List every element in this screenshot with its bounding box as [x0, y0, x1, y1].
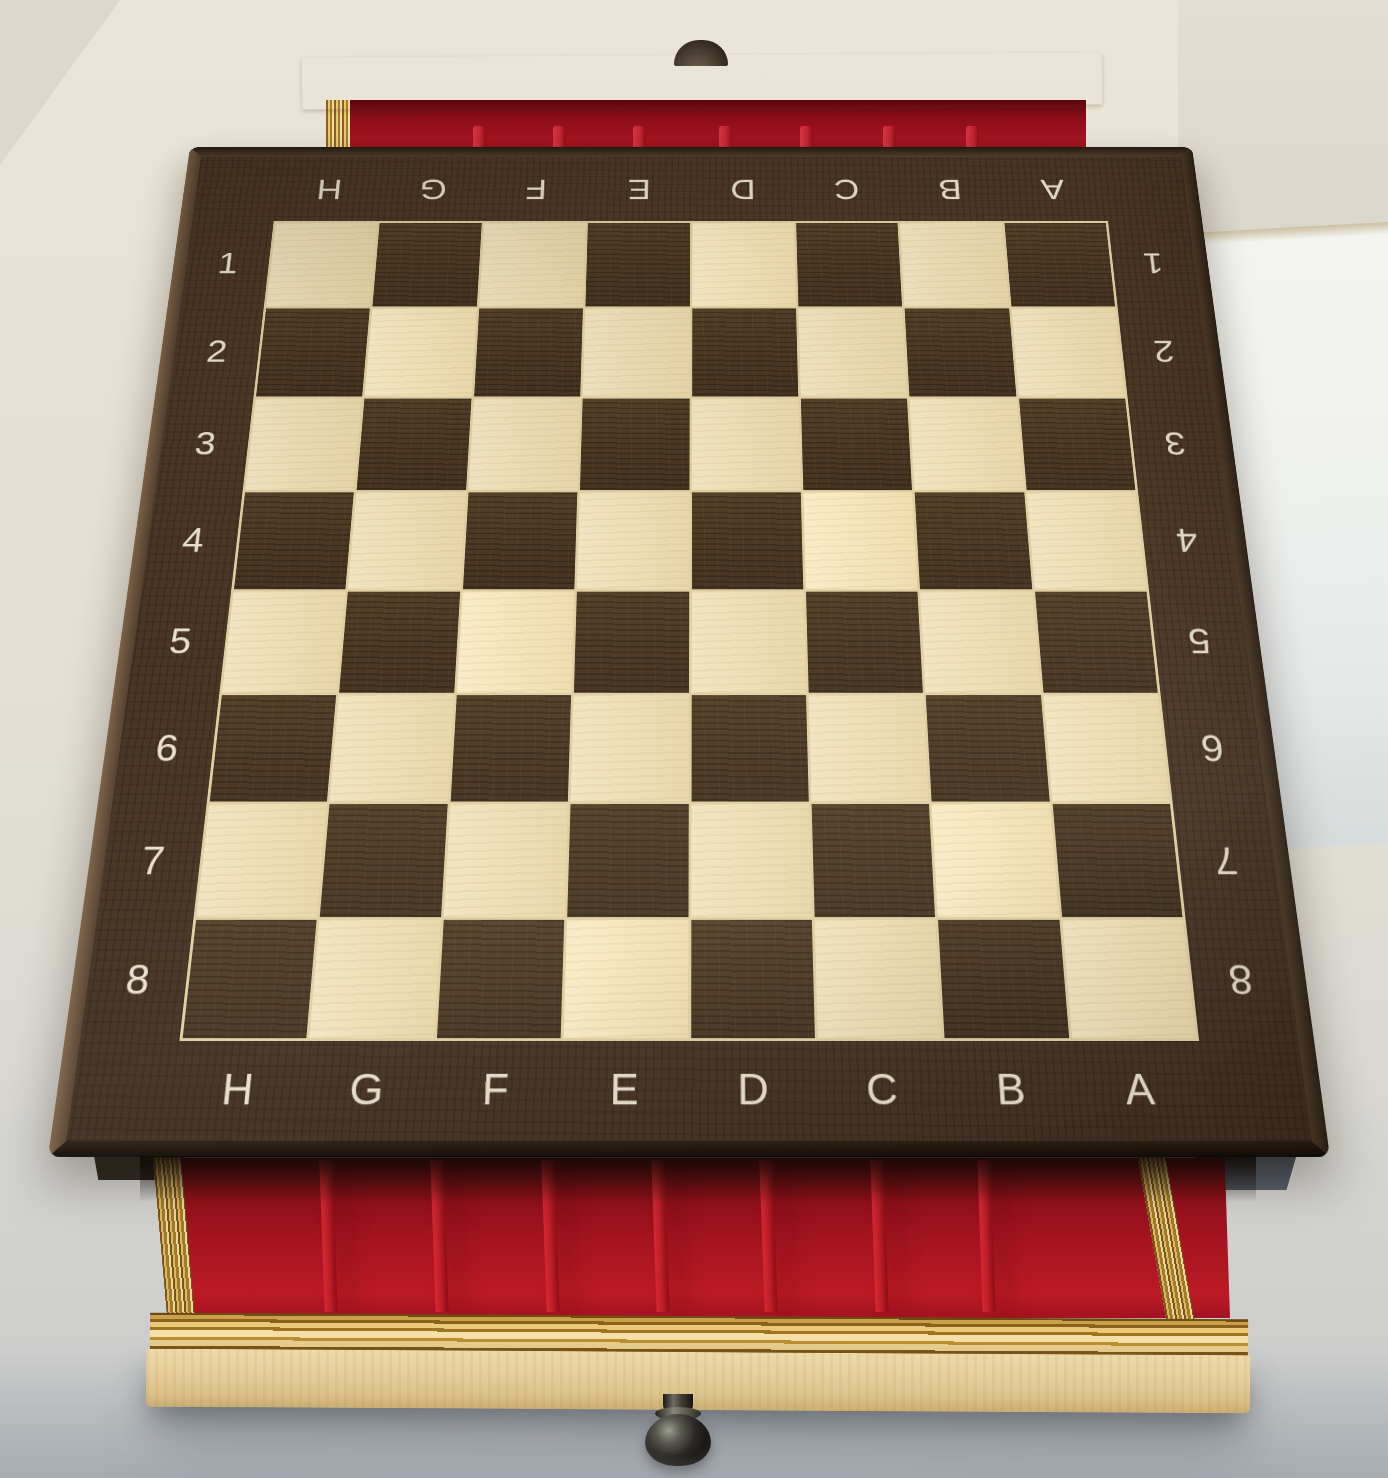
square-d2[interactable] — [692, 309, 798, 397]
ranks-right-6: 6 — [1159, 694, 1267, 804]
square-g1[interactable] — [373, 223, 482, 307]
ranks-right-4: 4 — [1136, 491, 1238, 590]
square-h6[interactable] — [210, 695, 337, 802]
files-bottom-f: F — [428, 1039, 561, 1141]
files-bottom-b: B — [944, 1039, 1080, 1141]
coordinate-label: 4 — [180, 521, 207, 559]
bottom-drawer-knob[interactable] — [644, 1394, 712, 1470]
board-squares — [179, 221, 1199, 1041]
square-e1[interactable] — [586, 223, 690, 307]
square-b6[interactable] — [926, 695, 1049, 802]
coordinate-label: 4 — [1173, 521, 1200, 559]
files-bottom-c: C — [817, 1039, 950, 1141]
square-g7[interactable] — [320, 804, 447, 916]
board-bevel-top — [189, 147, 1194, 157]
board-bevel-bottom — [48, 1141, 1330, 1157]
square-d3[interactable] — [692, 398, 801, 490]
square-e6[interactable] — [571, 695, 689, 802]
files-bottom-h: H — [168, 1039, 307, 1141]
square-f6[interactable] — [450, 695, 571, 802]
square-a3[interactable] — [1019, 398, 1136, 490]
square-f4[interactable] — [463, 492, 578, 588]
square-a2[interactable] — [1011, 309, 1125, 397]
files-top-e: E — [587, 157, 691, 223]
files-top-h: H — [274, 157, 384, 223]
coordinate-label: G — [417, 174, 447, 206]
ranks-left-2: 2 — [168, 307, 265, 397]
coordinate-label: A — [1039, 174, 1066, 206]
square-e8[interactable] — [564, 919, 688, 1038]
ranks-right-5: 5 — [1147, 590, 1252, 694]
coordinate-label: G — [348, 1065, 386, 1114]
square-g6[interactable] — [330, 695, 454, 802]
square-f2[interactable] — [474, 309, 583, 397]
square-f8[interactable] — [437, 919, 565, 1038]
coordinate-label: 2 — [1151, 334, 1176, 368]
square-b5[interactable] — [920, 591, 1040, 692]
coordinate-label: A — [1123, 1065, 1158, 1114]
coordinate-label: 8 — [123, 956, 153, 1003]
square-d6[interactable] — [691, 695, 809, 802]
file-labels-bottom: HGFEDCBA — [168, 1039, 1210, 1141]
files-top-d: D — [691, 157, 795, 223]
coordinate-label: 8 — [1225, 956, 1255, 1003]
square-h3[interactable] — [245, 398, 362, 490]
square-h1[interactable] — [266, 223, 377, 307]
square-c1[interactable] — [796, 223, 902, 307]
square-a7[interactable] — [1052, 804, 1182, 916]
coordinate-label: D — [730, 174, 756, 206]
coordinate-label: 6 — [1198, 727, 1226, 769]
ranks-left-3: 3 — [155, 397, 255, 491]
ranks-left-7: 7 — [97, 804, 209, 919]
files-bottom-a: A — [1071, 1039, 1210, 1141]
coordinate-label: 6 — [153, 727, 182, 769]
square-b7[interactable] — [932, 804, 1059, 916]
square-g2[interactable] — [365, 309, 477, 397]
coordinate-label: 2 — [205, 334, 230, 368]
square-e4[interactable] — [577, 492, 689, 588]
square-d7[interactable] — [691, 804, 812, 916]
square-e5[interactable] — [574, 591, 689, 692]
coordinate-label: H — [314, 174, 343, 206]
square-h8[interactable] — [183, 919, 317, 1038]
square-c7[interactable] — [812, 804, 936, 916]
square-h4[interactable] — [234, 492, 354, 588]
square-g4[interactable] — [348, 492, 465, 588]
chess-board[interactable]: HGFEDCBA HGFEDCBA 12345678 12345678 — [48, 147, 1330, 1157]
square-f7[interactable] — [444, 804, 568, 916]
square-a8[interactable] — [1062, 919, 1196, 1038]
square-d5[interactable] — [691, 591, 806, 692]
square-a4[interactable] — [1027, 492, 1147, 588]
square-h7[interactable] — [196, 804, 327, 916]
ranks-right-7: 7 — [1171, 804, 1282, 919]
coordinate-label: F — [481, 1065, 511, 1114]
square-h5[interactable] — [222, 591, 345, 692]
square-b1[interactable] — [900, 223, 1009, 307]
square-b8[interactable] — [938, 919, 1069, 1038]
bottom-drawer-divider — [430, 1160, 448, 1312]
square-h2[interactable] — [256, 309, 370, 397]
square-a1[interactable] — [1004, 223, 1115, 307]
square-b4[interactable] — [915, 492, 1032, 588]
scene: { "game": "chess", "position": { "fen": … — [0, 0, 1388, 1478]
files-top-a: A — [998, 157, 1108, 223]
square-f3[interactable] — [468, 398, 580, 490]
square-a6[interactable] — [1043, 695, 1169, 802]
files-bottom-d: D — [689, 1039, 819, 1141]
square-c5[interactable] — [806, 591, 923, 692]
square-g8[interactable] — [310, 919, 441, 1038]
square-b3[interactable] — [910, 398, 1024, 490]
ranks-left-4: 4 — [142, 491, 245, 590]
files-top-g: G — [378, 157, 486, 223]
coordinate-label: 3 — [1162, 425, 1188, 461]
files-top-b: B — [896, 157, 1004, 223]
coordinate-label: 5 — [1185, 622, 1212, 662]
coordinate-label: 5 — [167, 622, 195, 662]
bottom-drawer-divider — [977, 1160, 995, 1312]
coordinate-label: 1 — [1141, 247, 1166, 280]
coordinate-label: 7 — [139, 839, 168, 883]
files-bottom-g: G — [298, 1039, 434, 1141]
ranks-right-2: 2 — [1116, 307, 1213, 397]
ranks-right-8: 8 — [1184, 919, 1299, 1041]
files-top-c: C — [793, 157, 899, 223]
square-e7[interactable] — [567, 804, 688, 916]
square-d4[interactable] — [691, 492, 803, 588]
square-d8[interactable] — [691, 919, 815, 1038]
coordinate-label: 3 — [193, 425, 219, 461]
coordinate-label: 7 — [1211, 839, 1240, 883]
coordinate-label: B — [995, 1065, 1028, 1114]
ranks-right-3: 3 — [1126, 397, 1225, 491]
coordinate-label: C — [832, 174, 859, 206]
square-f1[interactable] — [479, 223, 586, 307]
ranks-left-8: 8 — [80, 919, 195, 1041]
ranks-left-6: 6 — [112, 694, 221, 804]
square-c2[interactable] — [798, 309, 907, 397]
files-bottom-e: E — [559, 1039, 689, 1141]
coordinate-label: E — [609, 1065, 640, 1114]
ranks-left-5: 5 — [127, 590, 233, 694]
square-c3[interactable] — [801, 398, 912, 490]
coordinate-label: H — [219, 1065, 256, 1114]
coordinate-label: F — [524, 174, 547, 206]
coordinate-label: 1 — [216, 247, 241, 280]
square-b2[interactable] — [905, 309, 1016, 397]
bottom-drawer-felt-tray — [168, 1158, 1230, 1318]
square-d1[interactable] — [692, 223, 796, 307]
square-c6[interactable] — [809, 695, 929, 802]
file-labels-top: HGFEDCBA — [274, 157, 1109, 223]
knob-ball — [645, 1414, 711, 1466]
bottom-drawer-divider — [870, 1160, 888, 1312]
square-e2[interactable] — [583, 309, 690, 397]
square-f5[interactable] — [457, 591, 575, 692]
square-c8[interactable] — [815, 919, 942, 1038]
files-top-f: F — [482, 157, 588, 223]
ranks-right-1: 1 — [1106, 221, 1200, 307]
bottom-drawer-divider — [541, 1160, 559, 1312]
coordinate-label: C — [865, 1065, 899, 1114]
bottom-drawer-divider — [319, 1160, 337, 1312]
square-a5[interactable] — [1035, 591, 1158, 692]
square-c4[interactable] — [803, 492, 917, 588]
square-g5[interactable] — [339, 591, 460, 692]
square-e3[interactable] — [580, 398, 689, 490]
bottom-drawer-divider — [651, 1160, 669, 1312]
coordinate-label: D — [737, 1065, 770, 1114]
top-drawer-front[interactable] — [302, 53, 1102, 110]
coordinate-label: E — [627, 174, 652, 206]
bottom-drawer-divider — [759, 1160, 777, 1312]
ranks-left-1: 1 — [181, 221, 276, 307]
coordinate-label: B — [936, 174, 962, 206]
square-g3[interactable] — [357, 398, 471, 490]
